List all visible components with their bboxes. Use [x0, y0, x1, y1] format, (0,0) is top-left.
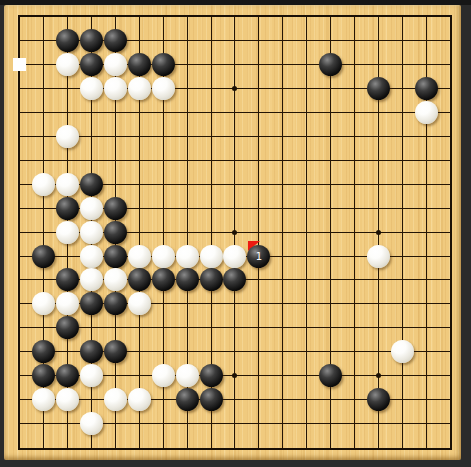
- stone-white[interactable]: [80, 197, 103, 220]
- stone-black[interactable]: [200, 268, 223, 291]
- stone-white[interactable]: [104, 53, 127, 76]
- grid-line: [282, 17, 283, 448]
- stone-white[interactable]: [200, 245, 223, 268]
- app-background: 1: [0, 0, 471, 467]
- stone-black[interactable]: [104, 197, 127, 220]
- stone-black[interactable]: [80, 340, 103, 363]
- stone-white[interactable]: [80, 77, 103, 100]
- stone-white[interactable]: [152, 245, 175, 268]
- stone-white[interactable]: [80, 245, 103, 268]
- stone-white[interactable]: [176, 245, 199, 268]
- stone-white[interactable]: [80, 221, 103, 244]
- stone-white[interactable]: [128, 388, 151, 411]
- star-point: [376, 230, 381, 235]
- grid-line: [20, 327, 451, 328]
- stone-white[interactable]: [56, 221, 79, 244]
- stone-white[interactable]: [80, 364, 103, 387]
- stone-black[interactable]: [104, 245, 127, 268]
- stone-white[interactable]: [223, 245, 246, 268]
- stone-white[interactable]: [104, 388, 127, 411]
- white-square-marker: [13, 58, 26, 71]
- stone-white[interactable]: [152, 364, 175, 387]
- stone-white[interactable]: [56, 125, 79, 148]
- stone-black[interactable]: [367, 77, 390, 100]
- stone-white[interactable]: [128, 292, 151, 315]
- stone-white[interactable]: [56, 388, 79, 411]
- move-number-label: 1: [247, 245, 270, 268]
- stone-black[interactable]: 1: [247, 245, 270, 268]
- grid-line: [258, 17, 259, 448]
- stone-white[interactable]: [32, 388, 55, 411]
- stone-black[interactable]: [152, 268, 175, 291]
- stone-white[interactable]: [415, 101, 438, 124]
- stone-white[interactable]: [104, 77, 127, 100]
- stone-black[interactable]: [56, 29, 79, 52]
- stone-black[interactable]: [104, 221, 127, 244]
- stone-white[interactable]: [176, 364, 199, 387]
- stone-white[interactable]: [80, 412, 103, 435]
- stone-black[interactable]: [56, 197, 79, 220]
- stone-black[interactable]: [80, 29, 103, 52]
- stone-white[interactable]: [32, 173, 55, 196]
- stone-black[interactable]: [32, 245, 55, 268]
- stone-black[interactable]: [80, 173, 103, 196]
- stone-black[interactable]: [319, 53, 342, 76]
- stone-black[interactable]: [56, 364, 79, 387]
- stone-white[interactable]: [367, 245, 390, 268]
- stone-white[interactable]: [152, 77, 175, 100]
- grid-line: [354, 17, 355, 448]
- stone-black[interactable]: [415, 77, 438, 100]
- stone-black[interactable]: [176, 388, 199, 411]
- stone-black[interactable]: [128, 53, 151, 76]
- stone-black[interactable]: [200, 364, 223, 387]
- stone-black[interactable]: [104, 340, 127, 363]
- stone-white[interactable]: [128, 77, 151, 100]
- stone-white[interactable]: [56, 53, 79, 76]
- stone-white[interactable]: [56, 173, 79, 196]
- stone-white[interactable]: [128, 245, 151, 268]
- stone-black[interactable]: [128, 268, 151, 291]
- grid-line: [306, 17, 307, 448]
- stone-black[interactable]: [152, 53, 175, 76]
- stone-black[interactable]: [104, 292, 127, 315]
- go-board[interactable]: 1: [4, 5, 461, 460]
- grid-line: [402, 17, 403, 448]
- stone-black[interactable]: [104, 29, 127, 52]
- stone-black[interactable]: [200, 388, 223, 411]
- stone-black[interactable]: [80, 53, 103, 76]
- stone-black[interactable]: [176, 268, 199, 291]
